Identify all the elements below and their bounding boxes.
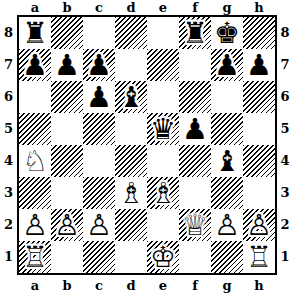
rank-label-3-right: 3 xyxy=(277,177,293,209)
rank-label-6-right: 6 xyxy=(277,81,293,113)
square-a3[interactable] xyxy=(19,177,51,209)
piece-white-bishop-e3: ♗ xyxy=(150,177,176,209)
rank-label-4-right: 4 xyxy=(277,145,293,177)
file-label-f-bottom: f xyxy=(179,276,211,295)
file-label-b-top: b xyxy=(51,0,83,15)
rank-label-2-right: 2 xyxy=(277,209,293,241)
square-c5[interactable] xyxy=(83,113,115,145)
rank-label-3-left: 3 xyxy=(0,177,17,209)
square-g6[interactable] xyxy=(211,81,243,113)
square-h7[interactable]: ♟ xyxy=(243,49,275,81)
square-g8[interactable]: ♚ xyxy=(211,17,243,49)
file-label-h-top: h xyxy=(243,0,275,15)
square-a6[interactable] xyxy=(19,81,51,113)
square-a8[interactable]: ♜ xyxy=(19,17,51,49)
square-a5[interactable] xyxy=(19,113,51,145)
rank-labels-right: 87654321 xyxy=(277,17,293,273)
square-a7[interactable]: ♟ xyxy=(19,49,51,81)
file-label-e-top: e xyxy=(147,0,179,15)
square-d4[interactable] xyxy=(115,145,147,177)
square-e8[interactable] xyxy=(147,17,179,49)
rank-labels-left: 87654321 xyxy=(0,17,17,273)
square-d1[interactable] xyxy=(115,241,147,273)
rank-label-7-left: 7 xyxy=(0,49,17,81)
file-label-c-bottom: c xyxy=(83,276,115,295)
rank-label-5-right: 5 xyxy=(277,113,293,145)
rank-label-6-left: 6 xyxy=(0,81,17,113)
piece-black-pawn-b7: ♟ xyxy=(54,49,80,81)
piece-white-pawn-a2: ♙ xyxy=(22,209,48,241)
piece-black-rook-a8: ♜ xyxy=(22,17,48,49)
piece-black-pawn-c6: ♟ xyxy=(86,81,112,113)
piece-white-pawn-c2: ♙ xyxy=(86,209,112,241)
square-a1[interactable]: ♖ xyxy=(19,241,51,273)
square-c1[interactable] xyxy=(83,241,115,273)
file-labels-bottom: abcdefgh xyxy=(19,276,275,295)
piece-white-pawn-g2: ♙ xyxy=(214,209,240,241)
file-label-g-top: g xyxy=(211,0,243,15)
square-g4[interactable]: ♝ xyxy=(211,145,243,177)
square-h6[interactable] xyxy=(243,81,275,113)
square-f7[interactable] xyxy=(179,49,211,81)
file-label-b-bottom: b xyxy=(51,276,83,295)
square-d7[interactable] xyxy=(115,49,147,81)
piece-black-rook-f8: ♜ xyxy=(182,17,208,49)
square-d8[interactable] xyxy=(115,17,147,49)
file-label-d-top: d xyxy=(115,0,147,15)
piece-black-bishop-d6: ♝ xyxy=(118,81,144,113)
square-b2[interactable]: ♙ xyxy=(51,209,83,241)
rank-label-8-left: 8 xyxy=(0,17,17,49)
square-h1[interactable]: ♖ xyxy=(243,241,275,273)
piece-white-pawn-h2: ♙ xyxy=(246,209,272,241)
file-label-c-top: c xyxy=(83,0,115,15)
rank-label-7-right: 7 xyxy=(277,49,293,81)
square-c7[interactable]: ♟ xyxy=(83,49,115,81)
piece-black-pawn-a7: ♟ xyxy=(22,49,48,81)
square-f6[interactable] xyxy=(179,81,211,113)
square-d5[interactable] xyxy=(115,113,147,145)
square-e3[interactable]: ♗ xyxy=(147,177,179,209)
square-h8[interactable] xyxy=(243,17,275,49)
square-d3[interactable]: ♗ xyxy=(115,177,147,209)
square-b1[interactable] xyxy=(51,241,83,273)
square-e1[interactable]: ♔ xyxy=(147,241,179,273)
square-e6[interactable] xyxy=(147,81,179,113)
square-h5[interactable] xyxy=(243,113,275,145)
rank-label-5-left: 5 xyxy=(0,113,17,145)
piece-black-queen-e5: ♛ xyxy=(150,113,176,145)
square-h2[interactable]: ♙ xyxy=(243,209,275,241)
square-f2[interactable]: ♕ xyxy=(179,209,211,241)
piece-white-bishop-d3: ♗ xyxy=(118,177,144,209)
square-g3[interactable] xyxy=(211,177,243,209)
square-g7[interactable]: ♟ xyxy=(211,49,243,81)
square-c2[interactable]: ♙ xyxy=(83,209,115,241)
square-a4[interactable]: ♘ xyxy=(19,145,51,177)
square-g1[interactable] xyxy=(211,241,243,273)
square-c3[interactable] xyxy=(83,177,115,209)
square-h4[interactable] xyxy=(243,145,275,177)
rank-label-1-right: 1 xyxy=(277,241,293,273)
square-c6[interactable]: ♟ xyxy=(83,81,115,113)
file-label-g-bottom: g xyxy=(211,276,243,295)
piece-white-queen-f2: ♕ xyxy=(182,209,208,241)
chess-diagram: abcdefgh 87654321 ♜♜♚♟♟♟♟♟♟♝♛♟♘♝♗♗♙♙♙♕♙♙… xyxy=(0,0,293,295)
square-a2[interactable]: ♙ xyxy=(19,209,51,241)
square-e2[interactable] xyxy=(147,209,179,241)
rank-label-4-left: 4 xyxy=(0,145,17,177)
rank-label-2-left: 2 xyxy=(0,209,17,241)
square-e7[interactable] xyxy=(147,49,179,81)
square-c4[interactable] xyxy=(83,145,115,177)
chess-board: ♜♜♚♟♟♟♟♟♟♝♛♟♘♝♗♗♙♙♙♕♙♙♖♔♖ xyxy=(17,15,277,275)
square-d6[interactable]: ♝ xyxy=(115,81,147,113)
piece-white-king-e1: ♔ xyxy=(150,241,176,273)
piece-black-king-g8: ♚ xyxy=(214,17,240,49)
square-f1[interactable] xyxy=(179,241,211,273)
file-label-h-bottom: h xyxy=(243,276,275,295)
piece-white-rook-a1: ♖ xyxy=(22,241,48,273)
square-b3[interactable] xyxy=(51,177,83,209)
file-label-f-top: f xyxy=(179,0,211,15)
piece-black-pawn-c7: ♟ xyxy=(86,49,112,81)
piece-black-pawn-f5: ♟ xyxy=(182,113,208,145)
rank-label-1-left: 1 xyxy=(0,241,17,273)
file-label-e-bottom: e xyxy=(147,276,179,295)
square-f5[interactable]: ♟ xyxy=(179,113,211,145)
square-g5[interactable] xyxy=(211,113,243,145)
piece-white-pawn-b2: ♙ xyxy=(54,209,80,241)
square-d2[interactable] xyxy=(115,209,147,241)
square-e4[interactable] xyxy=(147,145,179,177)
piece-white-rook-h1: ♖ xyxy=(246,241,272,273)
square-g2[interactable]: ♙ xyxy=(211,209,243,241)
file-label-a-bottom: a xyxy=(19,276,51,295)
square-b4[interactable] xyxy=(51,145,83,177)
file-label-a-top: a xyxy=(19,0,51,15)
piece-white-knight-a4: ♘ xyxy=(22,145,48,177)
piece-black-pawn-g7: ♟ xyxy=(214,49,240,81)
square-f8[interactable]: ♜ xyxy=(179,17,211,49)
square-f4[interactable] xyxy=(179,145,211,177)
square-b7[interactable]: ♟ xyxy=(51,49,83,81)
piece-black-pawn-h7: ♟ xyxy=(246,49,272,81)
file-labels-top: abcdefgh xyxy=(19,0,275,15)
file-label-d-bottom: d xyxy=(115,276,147,295)
square-e5[interactable]: ♛ xyxy=(147,113,179,145)
square-b5[interactable] xyxy=(51,113,83,145)
square-f3[interactable] xyxy=(179,177,211,209)
rank-label-8-right: 8 xyxy=(277,17,293,49)
square-b6[interactable] xyxy=(51,81,83,113)
square-h3[interactable] xyxy=(243,177,275,209)
piece-black-bishop-g4: ♝ xyxy=(214,145,240,177)
square-b8[interactable] xyxy=(51,17,83,49)
square-c8[interactable] xyxy=(83,17,115,49)
